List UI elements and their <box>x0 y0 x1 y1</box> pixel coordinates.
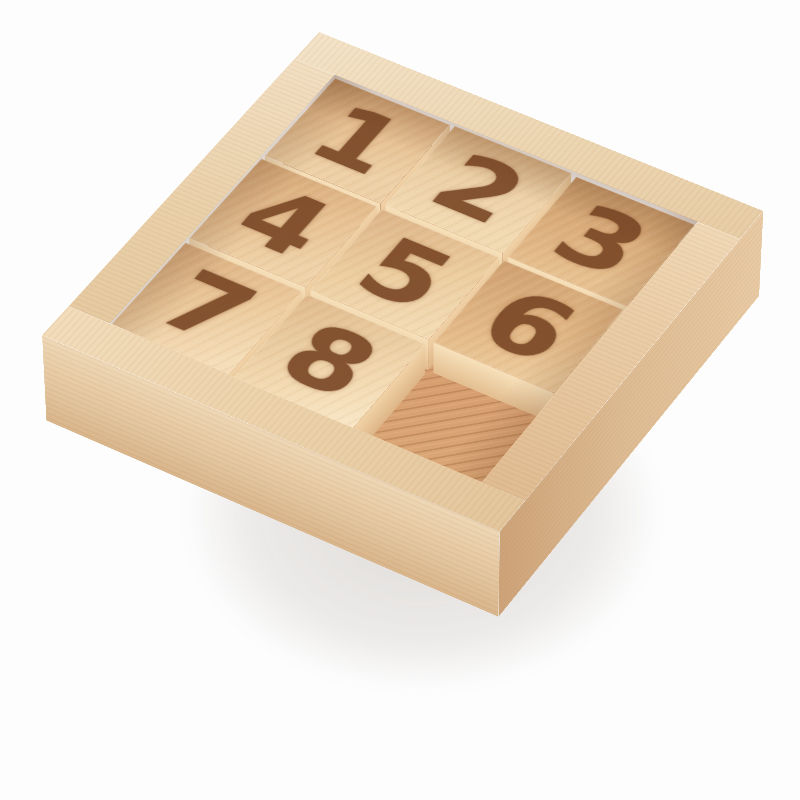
tile-number: 1 <box>294 94 420 187</box>
product-photo-page: 1 2 3 4 <box>0 0 800 800</box>
tile-number: 2 <box>416 142 542 237</box>
tile-number: 5 <box>341 226 469 323</box>
tile-number: 6 <box>464 277 592 375</box>
scene: 1 2 3 4 <box>0 0 800 800</box>
puzzle-board: 1 2 3 4 <box>46 111 759 611</box>
tile-number: 4 <box>219 175 347 270</box>
tile-number: 3 <box>538 193 664 289</box>
tile-number: 7 <box>141 259 271 357</box>
tile-number: 8 <box>264 311 394 410</box>
